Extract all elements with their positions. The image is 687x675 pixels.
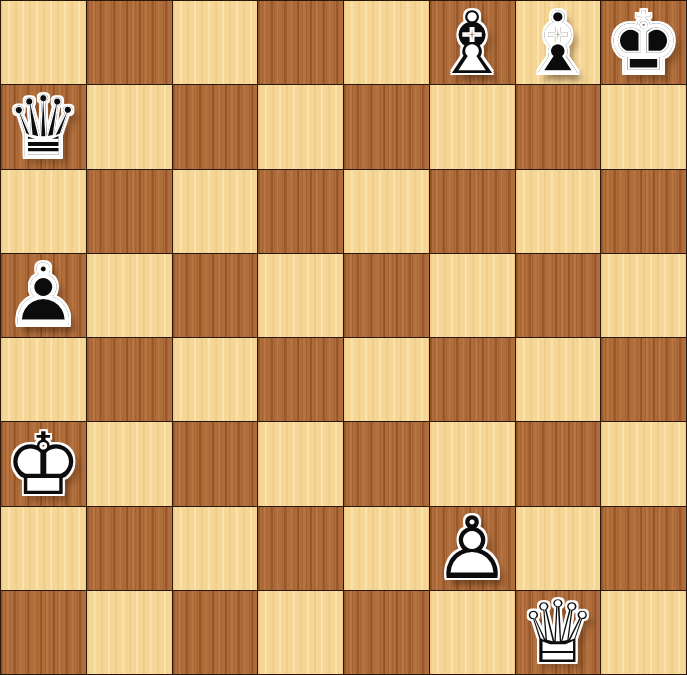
square-f4[interactable]: [430, 338, 515, 421]
square-g2[interactable]: [516, 507, 601, 590]
square-c7[interactable]: [173, 85, 258, 168]
square-c1[interactable]: [173, 591, 258, 674]
piece-black-queen[interactable]: ♛♕: [1, 85, 86, 168]
square-e1[interactable]: [344, 591, 429, 674]
square-h6[interactable]: [601, 170, 686, 253]
square-d7[interactable]: [258, 85, 343, 168]
white-king-outline: ♔: [1, 422, 86, 505]
square-d3[interactable]: [258, 422, 343, 505]
square-c8[interactable]: [173, 1, 258, 84]
square-e3[interactable]: [344, 422, 429, 505]
black-king-outline: ♔: [601, 1, 686, 84]
square-e5[interactable]: [344, 254, 429, 337]
square-a7[interactable]: ♛♕: [1, 85, 86, 168]
square-g4[interactable]: [516, 338, 601, 421]
black-bishop-outline: ♗: [516, 1, 601, 84]
white-queen-outline: ♕: [516, 591, 601, 674]
square-a3[interactable]: ♚♔: [1, 422, 86, 505]
square-h4[interactable]: [601, 338, 686, 421]
square-b1[interactable]: [87, 591, 172, 674]
square-b6[interactable]: [87, 170, 172, 253]
square-e8[interactable]: [344, 1, 429, 84]
square-g3[interactable]: [516, 422, 601, 505]
piece-white-pawn[interactable]: ♟♙: [430, 507, 515, 590]
square-b5[interactable]: [87, 254, 172, 337]
square-d4[interactable]: [258, 338, 343, 421]
square-b7[interactable]: [87, 85, 172, 168]
square-b3[interactable]: [87, 422, 172, 505]
square-d1[interactable]: [258, 591, 343, 674]
square-d5[interactable]: [258, 254, 343, 337]
white-pawn-outline: ♙: [430, 507, 515, 590]
square-c2[interactable]: [173, 507, 258, 590]
square-d8[interactable]: [258, 1, 343, 84]
square-c3[interactable]: [173, 422, 258, 505]
piece-black-king[interactable]: ♚♔: [601, 1, 686, 84]
square-b2[interactable]: [87, 507, 172, 590]
square-a5[interactable]: ♟♙: [1, 254, 86, 337]
square-f2[interactable]: ♟♙: [430, 507, 515, 590]
square-c6[interactable]: [173, 170, 258, 253]
square-g7[interactable]: [516, 85, 601, 168]
square-f7[interactable]: [430, 85, 515, 168]
square-b8[interactable]: [87, 1, 172, 84]
square-a6[interactable]: [1, 170, 86, 253]
square-h1[interactable]: [601, 591, 686, 674]
square-f8[interactable]: ♝♗: [430, 1, 515, 84]
square-a2[interactable]: [1, 507, 86, 590]
square-g8[interactable]: ♝♗: [516, 1, 601, 84]
chess-board: ♝♗♝♗♚♔♛♕♟♙♚♔♟♙♛♕: [0, 0, 687, 675]
square-g5[interactable]: [516, 254, 601, 337]
square-f1[interactable]: [430, 591, 515, 674]
square-e7[interactable]: [344, 85, 429, 168]
square-h3[interactable]: [601, 422, 686, 505]
square-e2[interactable]: [344, 507, 429, 590]
black-queen-outline: ♕: [1, 85, 86, 168]
square-h5[interactable]: [601, 254, 686, 337]
square-d2[interactable]: [258, 507, 343, 590]
piece-white-queen[interactable]: ♛♕: [516, 591, 601, 674]
square-h8[interactable]: ♚♔: [601, 1, 686, 84]
square-f6[interactable]: [430, 170, 515, 253]
square-f5[interactable]: [430, 254, 515, 337]
square-h7[interactable]: [601, 85, 686, 168]
piece-black-pawn[interactable]: ♟♙: [1, 254, 86, 337]
square-h2[interactable]: [601, 507, 686, 590]
white-bishop-outline: ♗: [430, 1, 515, 84]
square-a8[interactable]: [1, 1, 86, 84]
square-a4[interactable]: [1, 338, 86, 421]
piece-white-bishop[interactable]: ♝♗: [430, 1, 515, 84]
square-d6[interactable]: [258, 170, 343, 253]
piece-white-king[interactable]: ♚♔: [1, 422, 86, 505]
square-b4[interactable]: [87, 338, 172, 421]
square-g6[interactable]: [516, 170, 601, 253]
square-e4[interactable]: [344, 338, 429, 421]
square-f3[interactable]: [430, 422, 515, 505]
square-e6[interactable]: [344, 170, 429, 253]
square-a1[interactable]: [1, 591, 86, 674]
square-g1[interactable]: ♛♕: [516, 591, 601, 674]
square-c4[interactable]: [173, 338, 258, 421]
black-pawn-outline: ♙: [1, 254, 86, 337]
square-c5[interactable]: [173, 254, 258, 337]
piece-black-bishop[interactable]: ♝♗: [516, 1, 601, 84]
